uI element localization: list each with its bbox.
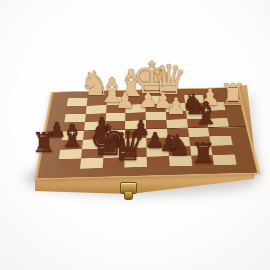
piece-dark-bishop-g4[interactable]: ♝ [192,98,220,129]
pieces-layer: ♞♚♛♝♝♟♜♟♟♟♟♞♝♟♟♟♝♟♟♜♞♚♛♜ [0,0,270,270]
piece-dark-rook-a2[interactable]: ♜ [32,129,56,156]
piece-white-rook-h7[interactable]: ♜ [220,80,247,110]
piece-white-pawn-c6[interactable]: ♟ [115,90,135,112]
piece-dark-bishop-b2[interactable]: ♝ [58,120,87,152]
piece-dark-knight-f1[interactable]: ♞ [165,131,191,160]
piece-dark-queen-d1[interactable]: ♛ [110,126,146,166]
chess-set-photo: ♞♚♛♝♝♟♜♟♟♟♟♞♝♟♟♟♝♟♟♜♞♚♛♜ [0,0,270,270]
piece-dark-rook-g1[interactable]: ♜ [190,140,215,168]
